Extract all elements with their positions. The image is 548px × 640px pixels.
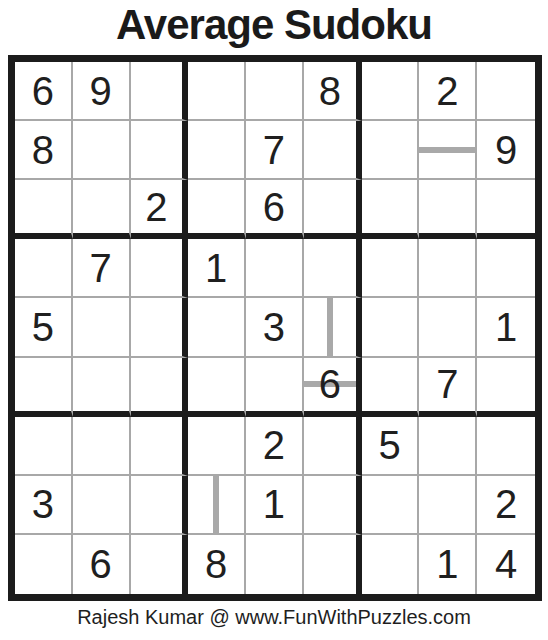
- given-digit: 7: [436, 364, 458, 404]
- given-digit: 9: [495, 130, 517, 170]
- cell-r2c5[interactable]: 7: [246, 121, 304, 180]
- cell-r9c4[interactable]: 8: [188, 535, 246, 594]
- cell-r2c3[interactable]: [131, 121, 189, 180]
- given-digit: 2: [263, 425, 285, 465]
- cell-r5c6[interactable]: [304, 298, 362, 357]
- cell-r8c2[interactable]: [73, 476, 131, 535]
- cell-r8c3[interactable]: [131, 476, 189, 535]
- cell-r5c7[interactable]: [362, 298, 420, 357]
- cell-r2c1[interactable]: 8: [15, 121, 73, 180]
- cell-r3c4[interactable]: [188, 180, 246, 239]
- cell-r5c3[interactable]: [131, 298, 189, 357]
- cell-r9c5[interactable]: [246, 535, 304, 594]
- cell-r1c5[interactable]: [246, 62, 304, 121]
- cell-r9c3[interactable]: [131, 535, 189, 594]
- cell-r1c4[interactable]: [188, 62, 246, 121]
- cell-r3c6[interactable]: [304, 180, 362, 239]
- given-digit: 6: [319, 364, 341, 404]
- cell-r1c6[interactable]: 8: [304, 62, 362, 121]
- cell-r6c4[interactable]: [188, 358, 246, 417]
- cell-r5c9[interactable]: 1: [477, 298, 535, 357]
- cell-r7c4[interactable]: [188, 417, 246, 476]
- cell-r1c9[interactable]: [477, 62, 535, 121]
- cell-r6c9[interactable]: [477, 358, 535, 417]
- cell-r5c4[interactable]: [188, 298, 246, 357]
- cell-r1c2[interactable]: 9: [73, 62, 131, 121]
- cell-r6c5[interactable]: [246, 358, 304, 417]
- cell-r7c8[interactable]: [419, 417, 477, 476]
- cell-r4c1[interactable]: [15, 239, 73, 298]
- credit-text: Rajesh Kumar @ www.FunWithPuzzles.com: [0, 606, 548, 629]
- given-digit: 4: [495, 544, 517, 584]
- given-digit: 2: [145, 187, 167, 227]
- puzzle-title: Average Sudoku: [0, 0, 548, 52]
- cell-r6c1[interactable]: [15, 358, 73, 417]
- cell-r3c2[interactable]: [73, 180, 131, 239]
- cell-r2c2[interactable]: [73, 121, 131, 180]
- cell-r8c8[interactable]: [419, 476, 477, 535]
- given-digit: 6: [32, 71, 54, 111]
- cell-r9c8[interactable]: 1: [419, 535, 477, 594]
- given-digit: 7: [263, 130, 285, 170]
- cell-r7c9[interactable]: [477, 417, 535, 476]
- cell-r7c3[interactable]: [131, 417, 189, 476]
- cell-r7c1[interactable]: [15, 417, 73, 476]
- cell-r7c2[interactable]: [73, 417, 131, 476]
- cell-r6c3[interactable]: [131, 358, 189, 417]
- cell-r4c2[interactable]: 7: [73, 239, 131, 298]
- cell-r1c1[interactable]: 6: [15, 62, 73, 121]
- cell-r8c9[interactable]: 2: [477, 476, 535, 535]
- cell-r4c5[interactable]: [246, 239, 304, 298]
- cell-r3c1[interactable]: [15, 180, 73, 239]
- cell-r9c1[interactable]: [15, 535, 73, 594]
- cell-r6c8[interactable]: 7: [419, 358, 477, 417]
- given-digit: 9: [90, 71, 112, 111]
- given-digit: 1: [263, 484, 285, 524]
- average-marker-vertical: [213, 476, 219, 533]
- cell-r8c1[interactable]: 3: [15, 476, 73, 535]
- given-digit: 7: [90, 248, 112, 288]
- cell-r2c6[interactable]: [304, 121, 362, 180]
- cell-r4c6[interactable]: [304, 239, 362, 298]
- cell-r2c8[interactable]: [419, 121, 477, 180]
- cell-r5c1[interactable]: 5: [15, 298, 73, 357]
- cell-r2c9[interactable]: 9: [477, 121, 535, 180]
- given-digit: 1: [205, 248, 227, 288]
- cell-r5c8[interactable]: [419, 298, 477, 357]
- cell-r1c8[interactable]: 2: [419, 62, 477, 121]
- given-digit: 6: [90, 544, 112, 584]
- cell-r2c4[interactable]: [188, 121, 246, 180]
- sudoku-board: 6982879267153167253126814: [8, 55, 542, 601]
- cell-r3c9[interactable]: [477, 180, 535, 239]
- given-digit: 8: [32, 130, 54, 170]
- cell-r3c7[interactable]: [362, 180, 420, 239]
- cell-r4c8[interactable]: [419, 239, 477, 298]
- cell-r8c4[interactable]: [188, 476, 246, 535]
- cell-r1c3[interactable]: [131, 62, 189, 121]
- cell-r9c9[interactable]: 4: [477, 535, 535, 594]
- cell-r5c5[interactable]: 3: [246, 298, 304, 357]
- cell-r3c3[interactable]: 2: [131, 180, 189, 239]
- cell-r7c7[interactable]: 5: [362, 417, 420, 476]
- cell-r7c6[interactable]: [304, 417, 362, 476]
- cell-r4c4[interactable]: 1: [188, 239, 246, 298]
- cell-r4c7[interactable]: [362, 239, 420, 298]
- given-digit: 1: [436, 544, 458, 584]
- cell-r1c7[interactable]: [362, 62, 420, 121]
- given-digit: 3: [32, 484, 54, 524]
- cell-r9c7[interactable]: [362, 535, 420, 594]
- given-digit: 6: [263, 187, 285, 227]
- given-digit: 2: [436, 71, 458, 111]
- given-digit: 2: [495, 484, 517, 524]
- cell-r4c9[interactable]: [477, 239, 535, 298]
- given-digit: 3: [263, 307, 285, 347]
- cell-r8c5[interactable]: 1: [246, 476, 304, 535]
- given-digit: 1: [495, 307, 517, 347]
- given-digit: 5: [32, 307, 54, 347]
- page: Average Sudoku 6982879267153167253126814…: [0, 0, 548, 640]
- cell-r4c3[interactable]: [131, 239, 189, 298]
- cell-r5c2[interactable]: [73, 298, 131, 357]
- cell-r9c6[interactable]: [304, 535, 362, 594]
- cell-r9c2[interactable]: 6: [73, 535, 131, 594]
- cell-r6c7[interactable]: [362, 358, 420, 417]
- given-digit: 5: [378, 425, 400, 465]
- cell-r8c6[interactable]: [304, 476, 362, 535]
- cell-r7c5[interactable]: 2: [246, 417, 304, 476]
- average-marker-horizontal: [419, 147, 475, 153]
- average-marker-vertical: [327, 298, 333, 355]
- given-digit: 8: [319, 71, 341, 111]
- cell-r6c2[interactable]: [73, 358, 131, 417]
- cell-r3c5[interactable]: 6: [246, 180, 304, 239]
- cell-r3c8[interactable]: [419, 180, 477, 239]
- cell-r2c7[interactable]: [362, 121, 420, 180]
- cell-r8c7[interactable]: [362, 476, 420, 535]
- cell-r6c6[interactable]: 6: [304, 358, 362, 417]
- given-digit: 8: [205, 544, 227, 584]
